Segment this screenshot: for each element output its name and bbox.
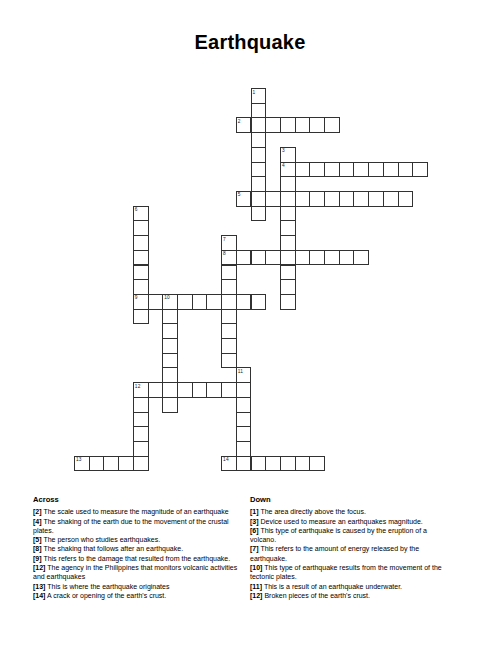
grid-cell[interactable] bbox=[206, 382, 222, 398]
clue: [2] The scale used to measure the magnit… bbox=[33, 507, 238, 516]
across-header: Across bbox=[33, 495, 238, 504]
down-header: Down bbox=[250, 495, 454, 504]
grid-cell[interactable] bbox=[221, 309, 237, 325]
clue: [11] This is a result of an earthquake u… bbox=[250, 582, 454, 591]
grid-cell[interactable] bbox=[324, 250, 340, 266]
cell-number: 8 bbox=[221, 250, 226, 257]
grid-cell[interactable] bbox=[177, 382, 193, 398]
grid-cell[interactable] bbox=[265, 456, 281, 472]
grid-cell[interactable] bbox=[280, 250, 296, 266]
grid-cell[interactable] bbox=[280, 265, 296, 281]
cell-number: 7 bbox=[221, 235, 226, 242]
grid-cell[interactable] bbox=[295, 117, 311, 133]
grid-cell[interactable] bbox=[236, 441, 252, 457]
grid-cell[interactable] bbox=[133, 426, 149, 442]
grid-cell[interactable] bbox=[221, 279, 237, 295]
grid-cell[interactable] bbox=[339, 191, 355, 207]
grid-cell[interactable] bbox=[162, 309, 178, 325]
grid-cell[interactable] bbox=[221, 382, 237, 398]
grid-cell[interactable] bbox=[324, 117, 340, 133]
puzzle-title: Earthquake bbox=[0, 31, 500, 54]
clue: [1] The area directly above the focus. bbox=[250, 507, 454, 516]
grid-cell[interactable] bbox=[118, 456, 134, 472]
grid-cell[interactable] bbox=[339, 250, 355, 266]
grid-cell[interactable] bbox=[309, 162, 325, 178]
grid-cell[interactable] bbox=[251, 294, 267, 310]
grid-cell[interactable] bbox=[309, 250, 325, 266]
grid-cell[interactable] bbox=[236, 426, 252, 442]
grid-cell[interactable] bbox=[412, 162, 428, 178]
cell-number: 3 bbox=[280, 147, 285, 154]
grid-cell[interactable] bbox=[339, 162, 355, 178]
grid-cell[interactable] bbox=[221, 323, 237, 339]
grid-cell[interactable] bbox=[280, 220, 296, 236]
grid-cell[interactable] bbox=[206, 294, 222, 310]
grid-cell[interactable] bbox=[177, 294, 193, 310]
grid-cell[interactable] bbox=[353, 191, 369, 207]
grid-cell[interactable] bbox=[251, 147, 267, 163]
grid-cell[interactable] bbox=[368, 162, 384, 178]
clue-number: [11] bbox=[250, 583, 262, 590]
grid-cell[interactable] bbox=[192, 382, 208, 398]
clue-number: [5] bbox=[33, 536, 42, 543]
down-clues: Down [1] The area directly above the foc… bbox=[250, 495, 454, 600]
grid-cell[interactable] bbox=[162, 367, 178, 383]
grid-cell[interactable] bbox=[221, 338, 237, 354]
grid-cell[interactable] bbox=[236, 456, 252, 472]
clue: [3] Device used to measure an earthquake… bbox=[250, 517, 454, 526]
clue-number: [8] bbox=[33, 545, 42, 552]
grid-cell[interactable] bbox=[148, 294, 164, 310]
grid-cell[interactable] bbox=[251, 176, 267, 192]
clue-number: [12] bbox=[33, 564, 45, 571]
cell-number: 5 bbox=[236, 191, 241, 198]
grid-cell[interactable] bbox=[133, 397, 149, 413]
cell-number: 4 bbox=[280, 162, 285, 169]
clue-number: [3] bbox=[250, 518, 259, 525]
clue: [13] This is where the earthquake origin… bbox=[33, 582, 238, 591]
clue: [12] Broken pieces of the earth's crust. bbox=[250, 591, 454, 600]
page: Earthquake 1234567891011121314 Across [2… bbox=[0, 0, 500, 647]
cell-number: 9 bbox=[133, 294, 138, 301]
clue-number: [2] bbox=[33, 508, 42, 515]
grid-cell[interactable] bbox=[309, 191, 325, 207]
grid-cell[interactable] bbox=[236, 397, 252, 413]
clue: [10] This type of earthquake results fro… bbox=[250, 563, 454, 582]
clue: [5] The person who studies earthquakes. bbox=[33, 535, 238, 544]
grid-cell[interactable] bbox=[162, 397, 178, 413]
grid-cell[interactable] bbox=[368, 191, 384, 207]
clue-number: [13] bbox=[33, 583, 45, 590]
grid-cell[interactable] bbox=[295, 191, 311, 207]
grid-cell[interactable] bbox=[295, 162, 311, 178]
clue-number: [6] bbox=[250, 527, 259, 534]
grid-cell[interactable] bbox=[280, 279, 296, 295]
cell-number: 1 bbox=[251, 88, 256, 95]
grid-cell[interactable] bbox=[133, 235, 149, 251]
grid-cell[interactable] bbox=[251, 103, 267, 119]
grid-cell[interactable] bbox=[309, 456, 325, 472]
clue: [6] This type of earthquake is caused by… bbox=[250, 526, 454, 545]
grid-cell[interactable] bbox=[295, 250, 311, 266]
grid-cell[interactable] bbox=[133, 250, 149, 266]
grid-cell[interactable] bbox=[103, 456, 119, 472]
grid-cell[interactable] bbox=[295, 456, 311, 472]
across-clue-list: [2] The scale used to measure the magnit… bbox=[33, 507, 238, 600]
grid-cell[interactable] bbox=[133, 279, 149, 295]
grid-cell[interactable] bbox=[280, 456, 296, 472]
grid-cell[interactable] bbox=[251, 132, 267, 148]
grid-cell[interactable] bbox=[148, 382, 164, 398]
clue-number: [7] bbox=[250, 545, 259, 552]
clue: [7] This refers to the amount of energy … bbox=[250, 544, 454, 563]
down-clue-list: [1] The area directly above the focus.[3… bbox=[250, 507, 454, 600]
grid-cell[interactable] bbox=[133, 412, 149, 428]
clue-number: [9] bbox=[33, 555, 42, 562]
clue: [8] The shaking that follows after an ea… bbox=[33, 544, 238, 553]
grid-cell[interactable] bbox=[251, 162, 267, 178]
grid-cell[interactable] bbox=[398, 191, 414, 207]
grid-cell[interactable] bbox=[162, 382, 178, 398]
grid-cell[interactable] bbox=[383, 162, 399, 178]
clue: [9] This refers to the damage that resul… bbox=[33, 554, 238, 563]
grid-cell[interactable] bbox=[280, 117, 296, 133]
grid-cell[interactable] bbox=[89, 456, 105, 472]
grid-cell[interactable] bbox=[280, 206, 296, 222]
cell-number: 6 bbox=[133, 206, 138, 213]
cell-number: 11 bbox=[236, 367, 243, 374]
clue-number: [14] bbox=[33, 592, 45, 599]
grid-cell[interactable] bbox=[221, 294, 237, 310]
clue-number: [4] bbox=[33, 518, 42, 525]
grid-cell[interactable] bbox=[280, 176, 296, 192]
clue: [12] The agency in the Philippines that … bbox=[33, 563, 238, 582]
grid-cell[interactable] bbox=[280, 294, 296, 310]
clue-number: [1] bbox=[250, 508, 259, 515]
cell-number: 14 bbox=[221, 456, 229, 463]
grid-cell[interactable] bbox=[398, 162, 414, 178]
grid-cell[interactable] bbox=[133, 456, 149, 472]
cell-number: 10 bbox=[162, 294, 170, 301]
grid-cell[interactable] bbox=[265, 191, 281, 207]
grid-cell[interactable] bbox=[251, 191, 267, 207]
grid-cell[interactable] bbox=[251, 206, 267, 222]
grid-cell[interactable] bbox=[353, 250, 369, 266]
grid-cell[interactable] bbox=[353, 162, 369, 178]
across-clues: Across [2] The scale used to measure the… bbox=[33, 495, 238, 600]
grid-cell[interactable] bbox=[236, 250, 252, 266]
grid-cell[interactable] bbox=[309, 117, 325, 133]
cell-number: 2 bbox=[236, 117, 241, 124]
grid-cell[interactable] bbox=[162, 323, 178, 339]
grid-cell[interactable] bbox=[251, 250, 267, 266]
grid-cell[interactable] bbox=[265, 117, 281, 133]
grid-cell[interactable] bbox=[192, 294, 208, 310]
grid-cell[interactable] bbox=[280, 191, 296, 207]
clue-number: [10] bbox=[250, 564, 262, 571]
grid-cell[interactable] bbox=[324, 191, 340, 207]
grid-cell[interactable] bbox=[133, 309, 149, 325]
grid-cell[interactable] bbox=[133, 220, 149, 236]
grid-cell[interactable] bbox=[236, 382, 252, 398]
clue: [14] A crack or opening of the earth's c… bbox=[33, 591, 238, 600]
grid-cell[interactable] bbox=[236, 294, 252, 310]
grid-cell[interactable] bbox=[251, 117, 267, 133]
grid-cell[interactable] bbox=[324, 162, 340, 178]
cell-number: 12 bbox=[133, 382, 141, 389]
grid-cell[interactable] bbox=[133, 265, 149, 281]
crossword-board: 1234567891011121314 bbox=[74, 88, 428, 472]
grid-cell[interactable] bbox=[162, 338, 178, 354]
grid-cell[interactable] bbox=[265, 250, 281, 266]
grid-cell[interactable] bbox=[383, 191, 399, 207]
clue-number: [12] bbox=[250, 592, 262, 599]
grid-cell[interactable] bbox=[133, 441, 149, 457]
grid-cell[interactable] bbox=[221, 353, 237, 369]
grid-cell[interactable] bbox=[221, 265, 237, 281]
cell-number: 13 bbox=[74, 456, 82, 463]
grid-cell[interactable] bbox=[236, 412, 252, 428]
grid-cell[interactable] bbox=[162, 353, 178, 369]
grid-cell[interactable] bbox=[251, 456, 267, 472]
grid-cell[interactable] bbox=[280, 235, 296, 251]
clue: [4] The shaking of the earth due to the … bbox=[33, 517, 238, 536]
